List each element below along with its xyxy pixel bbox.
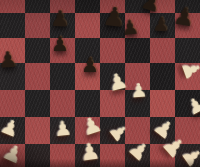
cream-pawn-piece: ♟ [0,140,26,167]
cream-pawn-piece: ♟ [183,92,200,118]
dark-pawn-piece: ♟ [152,15,170,35]
cream-pawn-piece: ♟ [130,80,148,100]
cream-pawn-piece: ♟ [177,57,200,83]
cream-pawn-piece: ♟ [53,118,73,140]
cream-pawn-piece: ♟ [0,115,23,142]
dark-pawn-piece: ♟ [51,34,69,54]
dark-pawn-piece: ♟ [0,49,18,72]
cream-pawn-piece: ♟ [106,119,133,145]
cream-pawn-piece: ♟ [79,113,105,140]
cream-pawn-piece: ♟ [124,136,153,166]
cream-pawn-piece: ♟ [106,69,130,95]
dark-pawn-piece: ♟ [171,3,196,30]
board-photo: ♟♟♟♟♟♟♟♟♟♟♟♟♟♟♟♟♟♟♟♟♟♟♟ [0,0,200,167]
dark-pawn-piece: ♟ [120,17,140,39]
dark-pawn-piece: ♟ [50,8,70,31]
cream-pawn-piece: ♟ [78,139,102,165]
pieces-layer: ♟♟♟♟♟♟♟♟♟♟♟♟♟♟♟♟♟♟♟♟♟♟♟ [0,0,200,167]
dark-pawn-piece: ♟ [81,55,99,75]
